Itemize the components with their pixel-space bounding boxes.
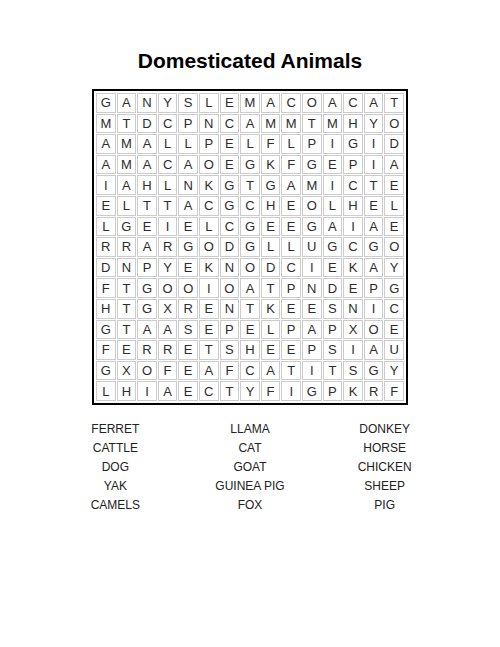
grid-cell-r4c6: O xyxy=(199,155,219,175)
grid-cell-r8c14: G xyxy=(364,237,384,257)
grid-cell-r10c4: O xyxy=(158,278,178,298)
grid-cell-r15c9: F xyxy=(261,381,281,401)
grid-cell-r1c4: Y xyxy=(158,93,178,113)
grid-cell-r1c11: O xyxy=(302,93,322,113)
grid-cell-r5c1: I xyxy=(96,175,116,195)
grid-cell-r13c11: P xyxy=(302,340,322,360)
grid-cell-r11c12: S xyxy=(323,299,343,319)
grid-cell-r5c8: T xyxy=(240,175,260,195)
grid-cell-r11c6: E xyxy=(199,299,219,319)
grid-cell-r6c3: T xyxy=(137,196,157,216)
grid-cell-r15c7: T xyxy=(220,381,240,401)
grid-cell-r2c8: A xyxy=(240,114,260,134)
grid-cell-r4c2: M xyxy=(117,155,137,175)
grid-cell-r11c10: E xyxy=(281,299,301,319)
grid-cell-r4c4: C xyxy=(158,155,178,175)
grid-cell-r1c12: A xyxy=(323,93,343,113)
grid-cell-r6c13: H xyxy=(343,196,363,216)
word-item: CAMELS xyxy=(48,496,183,515)
grid-cell-r12c12: P xyxy=(323,320,343,340)
grid-cell-r6c2: L xyxy=(117,196,137,216)
grid-cell-r15c3: I xyxy=(137,381,157,401)
grid-cell-r12c6: E xyxy=(199,320,219,340)
grid-cell-r10c13: E xyxy=(343,278,363,298)
grid-cell-r9c7: N xyxy=(220,258,240,278)
grid-cell-r2c3: D xyxy=(137,114,157,134)
grid-cell-r6c1: E xyxy=(96,196,116,216)
word-item: CHICKEN xyxy=(317,458,452,477)
grid-cell-r1c7: E xyxy=(220,93,240,113)
grid-cell-r13c2: E xyxy=(117,340,137,360)
grid-cell-r13c14: A xyxy=(364,340,384,360)
grid-cell-r3c1: A xyxy=(96,134,116,154)
grid-cell-r5c12: I xyxy=(323,175,343,195)
grid-cell-r7c7: C xyxy=(220,217,240,237)
grid-cell-r11c4: X xyxy=(158,299,178,319)
grid-cell-r9c10: C xyxy=(281,258,301,278)
grid-cell-r1c14: A xyxy=(364,93,384,113)
grid-cell-r4c15: A xyxy=(384,155,404,175)
word-item: SHEEP xyxy=(317,477,452,496)
word-search-board: GANYSLEMACOACATMTDCPNCAMMTMHYOAMALLPELFL… xyxy=(92,89,408,405)
grid-cell-r9c14: A xyxy=(364,258,384,278)
grid-cell-r10c3: G xyxy=(137,278,157,298)
grid-cell-r11c2: T xyxy=(117,299,137,319)
grid-cell-r8c7: D xyxy=(220,237,240,257)
grid-cell-r10c11: N xyxy=(302,278,322,298)
word-item: FOX xyxy=(183,496,318,515)
grid-cell-r6c4: T xyxy=(158,196,178,216)
grid-cell-r11c13: N xyxy=(343,299,363,319)
page: Domesticated Animals GANYSLEMACOACATMTDC… xyxy=(0,0,500,647)
grid-cell-r8c10: L xyxy=(281,237,301,257)
grid-cell-r4c3: A xyxy=(137,155,157,175)
grid-cell-r10c5: O xyxy=(178,278,198,298)
grid-cell-r2c4: C xyxy=(158,114,178,134)
grid-cell-r2c13: H xyxy=(343,114,363,134)
grid-cell-r3c13: G xyxy=(343,134,363,154)
grid-cell-r5c4: L xyxy=(158,175,178,195)
word-item: CATTLE xyxy=(48,439,183,458)
word-item: LLAMA xyxy=(183,420,318,439)
grid-cell-r8c12: G xyxy=(323,237,343,257)
word-item: GUINEA PIG xyxy=(183,477,318,496)
grid-cell-r15c6: C xyxy=(199,381,219,401)
letter-grid: GANYSLEMACOACATMTDCPNCAMMTMHYOAMALLPELFL… xyxy=(96,93,404,401)
grid-cell-r7c3: E xyxy=(137,217,157,237)
grid-cell-r4c10: F xyxy=(281,155,301,175)
grid-cell-r14c13: S xyxy=(343,361,363,381)
grid-cell-r4c12: E xyxy=(323,155,343,175)
grid-cell-r5c7: G xyxy=(220,175,240,195)
grid-cell-r2c9: M xyxy=(261,114,281,134)
grid-cell-r14c6: A xyxy=(199,361,219,381)
grid-cell-r3c12: I xyxy=(323,134,343,154)
grid-cell-r7c10: E xyxy=(281,217,301,237)
grid-cell-r7c6: L xyxy=(199,217,219,237)
grid-cell-r3c3: A xyxy=(137,134,157,154)
grid-cell-r12c14: O xyxy=(364,320,384,340)
grid-cell-r8c15: O xyxy=(384,237,404,257)
grid-cell-r14c15: Y xyxy=(384,361,404,381)
word-item: DOG xyxy=(48,458,183,477)
grid-cell-r13c9: E xyxy=(261,340,281,360)
grid-cell-r11c15: C xyxy=(384,299,404,319)
grid-cell-r9c6: K xyxy=(199,258,219,278)
grid-cell-r9c3: P xyxy=(137,258,157,278)
grid-cell-r5c13: C xyxy=(343,175,363,195)
grid-cell-r13c10: E xyxy=(281,340,301,360)
grid-cell-r8c9: L xyxy=(261,237,281,257)
word-item: FERRET xyxy=(48,420,183,439)
grid-cell-r6c9: H xyxy=(261,196,281,216)
grid-cell-r2c15: O xyxy=(384,114,404,134)
grid-cell-r7c12: A xyxy=(323,217,343,237)
grid-cell-r9c11: I xyxy=(302,258,322,278)
grid-cell-r5c3: H xyxy=(137,175,157,195)
grid-cell-r12c15: E xyxy=(384,320,404,340)
grid-cell-r5c14: T xyxy=(364,175,384,195)
grid-cell-r8c11: U xyxy=(302,237,322,257)
grid-cell-r3c2: M xyxy=(117,134,137,154)
grid-cell-r1c15: T xyxy=(384,93,404,113)
grid-cell-r11c9: K xyxy=(261,299,281,319)
grid-cell-r10c6: I xyxy=(199,278,219,298)
grid-cell-r1c9: A xyxy=(261,93,281,113)
grid-cell-r10c9: T xyxy=(261,278,281,298)
grid-cell-r6c6: C xyxy=(199,196,219,216)
grid-cell-r7c8: G xyxy=(240,217,260,237)
grid-cell-r8c1: R xyxy=(96,237,116,257)
grid-cell-r8c3: A xyxy=(137,237,157,257)
grid-cell-r7c4: I xyxy=(158,217,178,237)
grid-cell-r10c12: D xyxy=(323,278,343,298)
grid-cell-r12c2: T xyxy=(117,320,137,340)
grid-cell-r1c6: L xyxy=(199,93,219,113)
grid-cell-r2c1: M xyxy=(96,114,116,134)
grid-cell-r10c10: P xyxy=(281,278,301,298)
grid-cell-r6c5: A xyxy=(178,196,198,216)
grid-cell-r9c12: E xyxy=(323,258,343,278)
grid-cell-r9c5: E xyxy=(178,258,198,278)
grid-cell-r13c3: R xyxy=(137,340,157,360)
grid-cell-r3c4: L xyxy=(158,134,178,154)
grid-cell-r9c9: D xyxy=(261,258,281,278)
grid-cell-r12c8: E xyxy=(240,320,260,340)
grid-cell-r3c10: L xyxy=(281,134,301,154)
grid-cell-r5c15: E xyxy=(384,175,404,195)
grid-cell-r13c12: S xyxy=(323,340,343,360)
grid-cell-r12c1: G xyxy=(96,320,116,340)
grid-cell-r14c12: T xyxy=(323,361,343,381)
grid-cell-r10c15: G xyxy=(384,278,404,298)
grid-cell-r13c13: I xyxy=(343,340,363,360)
grid-cell-r2c14: Y xyxy=(364,114,384,134)
grid-cell-r14c3: O xyxy=(137,361,157,381)
grid-cell-r9c13: K xyxy=(343,258,363,278)
grid-cell-r1c3: N xyxy=(137,93,157,113)
puzzle-title: Domesticated Animals xyxy=(0,0,500,73)
grid-cell-r12c5: S xyxy=(178,320,198,340)
grid-cell-r4c9: K xyxy=(261,155,281,175)
grid-cell-r8c5: G xyxy=(178,237,198,257)
word-item: CAT xyxy=(183,439,318,458)
grid-cell-r14c1: G xyxy=(96,361,116,381)
grid-cell-r14c9: A xyxy=(261,361,281,381)
grid-cell-r2c7: C xyxy=(220,114,240,134)
grid-cell-r10c8: A xyxy=(240,278,260,298)
grid-cell-r3c15: D xyxy=(384,134,404,154)
grid-cell-r5c10: A xyxy=(281,175,301,195)
grid-cell-r11c5: R xyxy=(178,299,198,319)
grid-cell-r2c10: M xyxy=(281,114,301,134)
grid-cell-r10c1: F xyxy=(96,278,116,298)
grid-cell-r1c8: M xyxy=(240,93,260,113)
grid-cell-r8c13: C xyxy=(343,237,363,257)
word-list-column-2: LLAMACATGOATGUINEA PIGFOX xyxy=(183,420,318,515)
grid-cell-r11c14: I xyxy=(364,299,384,319)
grid-cell-r12c9: L xyxy=(261,320,281,340)
word-item: YAK xyxy=(48,477,183,496)
grid-cell-r13c15: U xyxy=(384,340,404,360)
grid-cell-r14c14: G xyxy=(364,361,384,381)
grid-cell-r10c7: O xyxy=(220,278,240,298)
grid-cell-r12c10: P xyxy=(281,320,301,340)
grid-cell-r7c9: E xyxy=(261,217,281,237)
grid-cell-r15c15: F xyxy=(384,381,404,401)
grid-cell-r15c13: K xyxy=(343,381,363,401)
grid-cell-r9c2: N xyxy=(117,258,137,278)
grid-cell-r1c2: A xyxy=(117,93,137,113)
grid-cell-r15c5: E xyxy=(178,381,198,401)
grid-cell-r5c2: A xyxy=(117,175,137,195)
grid-cell-r13c5: E xyxy=(178,340,198,360)
grid-cell-r9c1: D xyxy=(96,258,116,278)
word-item: PIG xyxy=(317,496,452,515)
grid-cell-r15c10: I xyxy=(281,381,301,401)
grid-cell-r14c10: T xyxy=(281,361,301,381)
grid-cell-r10c2: T xyxy=(117,278,137,298)
grid-cell-r2c2: T xyxy=(117,114,137,134)
grid-cell-r2c5: P xyxy=(178,114,198,134)
grid-cell-r14c2: X xyxy=(117,361,137,381)
grid-cell-r14c7: F xyxy=(220,361,240,381)
grid-cell-r6c14: E xyxy=(364,196,384,216)
grid-cell-r7c13: I xyxy=(343,217,363,237)
grid-cell-r1c10: C xyxy=(281,93,301,113)
grid-cell-r3c6: P xyxy=(199,134,219,154)
grid-cell-r14c8: C xyxy=(240,361,260,381)
grid-cell-r11c7: N xyxy=(220,299,240,319)
grid-cell-r3c9: F xyxy=(261,134,281,154)
grid-cell-r3c11: P xyxy=(302,134,322,154)
grid-cell-r5c9: G xyxy=(261,175,281,195)
grid-cell-r15c12: P xyxy=(323,381,343,401)
word-item: GOAT xyxy=(183,458,318,477)
grid-cell-r6c12: L xyxy=(323,196,343,216)
grid-cell-r4c11: G xyxy=(302,155,322,175)
grid-cell-r6c15: L xyxy=(384,196,404,216)
grid-cell-r15c1: L xyxy=(96,381,116,401)
grid-cell-r12c7: P xyxy=(220,320,240,340)
grid-cell-r1c5: S xyxy=(178,93,198,113)
word-list-column-3: DONKEYHORSECHICKENSHEEPPIG xyxy=(317,420,452,515)
grid-cell-r5c5: N xyxy=(178,175,198,195)
grid-cell-r15c14: R xyxy=(364,381,384,401)
word-item: HORSE xyxy=(317,439,452,458)
grid-cell-r12c11: A xyxy=(302,320,322,340)
grid-cell-r14c4: F xyxy=(158,361,178,381)
grid-cell-r5c6: K xyxy=(199,175,219,195)
grid-cell-r6c8: C xyxy=(240,196,260,216)
grid-cell-r11c1: H xyxy=(96,299,116,319)
grid-cell-r11c11: E xyxy=(302,299,322,319)
grid-cell-r13c4: R xyxy=(158,340,178,360)
grid-cell-r12c13: X xyxy=(343,320,363,340)
grid-cell-r4c13: P xyxy=(343,155,363,175)
grid-cell-r4c5: A xyxy=(178,155,198,175)
grid-cell-r9c15: Y xyxy=(384,258,404,278)
grid-cell-r15c8: Y xyxy=(240,381,260,401)
grid-cell-r15c4: A xyxy=(158,381,178,401)
grid-cell-r11c3: G xyxy=(137,299,157,319)
grid-cell-r4c8: G xyxy=(240,155,260,175)
grid-cell-r4c14: I xyxy=(364,155,384,175)
grid-cell-r13c8: H xyxy=(240,340,260,360)
grid-cell-r15c11: G xyxy=(302,381,322,401)
grid-cell-r3c7: E xyxy=(220,134,240,154)
grid-cell-r6c11: O xyxy=(302,196,322,216)
grid-cell-r14c11: I xyxy=(302,361,322,381)
grid-cell-r1c1: G xyxy=(96,93,116,113)
grid-cell-r6c10: E xyxy=(281,196,301,216)
grid-cell-r7c1: L xyxy=(96,217,116,237)
grid-cell-r13c6: T xyxy=(199,340,219,360)
grid-cell-r7c11: G xyxy=(302,217,322,237)
grid-cell-r13c1: F xyxy=(96,340,116,360)
grid-cell-r3c5: L xyxy=(178,134,198,154)
word-list-column-1: FERRETCATTLEDOGYAKCAMELS xyxy=(48,420,183,515)
grid-cell-r7c5: E xyxy=(178,217,198,237)
grid-cell-r7c2: G xyxy=(117,217,137,237)
grid-cell-r12c4: A xyxy=(158,320,178,340)
grid-cell-r2c12: M xyxy=(323,114,343,134)
grid-cell-r3c8: L xyxy=(240,134,260,154)
grid-cell-r9c8: O xyxy=(240,258,260,278)
grid-cell-r3c14: I xyxy=(364,134,384,154)
grid-cell-r12c3: A xyxy=(137,320,157,340)
grid-cell-r8c6: O xyxy=(199,237,219,257)
word-item: DONKEY xyxy=(317,420,452,439)
grid-cell-r10c14: P xyxy=(364,278,384,298)
grid-cell-r15c2: H xyxy=(117,381,137,401)
grid-cell-r9c4: Y xyxy=(158,258,178,278)
grid-cell-r4c7: E xyxy=(220,155,240,175)
grid-cell-r2c11: T xyxy=(302,114,322,134)
grid-cell-r11c8: T xyxy=(240,299,260,319)
grid-cell-r8c2: R xyxy=(117,237,137,257)
grid-cell-r2c6: N xyxy=(199,114,219,134)
word-list: FERRETCATTLEDOGYAKCAMELS LLAMACATGOATGUI… xyxy=(48,420,452,515)
grid-cell-r14c5: E xyxy=(178,361,198,381)
grid-cell-r13c7: S xyxy=(220,340,240,360)
grid-cell-r4c1: A xyxy=(96,155,116,175)
grid-cell-r7c14: A xyxy=(364,217,384,237)
grid-cell-r8c8: G xyxy=(240,237,260,257)
grid-cell-r1c13: C xyxy=(343,93,363,113)
grid-cell-r5c11: M xyxy=(302,175,322,195)
grid-cell-r6c7: G xyxy=(220,196,240,216)
grid-cell-r7c15: E xyxy=(384,217,404,237)
grid-cell-r8c4: R xyxy=(158,237,178,257)
